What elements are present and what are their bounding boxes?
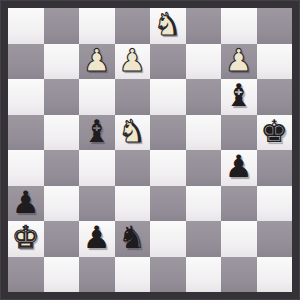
square-g6[interactable]: ♝: [221, 79, 257, 115]
white-pawn-g7[interactable]: ♟: [225, 45, 253, 76]
square-c6[interactable]: [79, 79, 115, 115]
square-b2[interactable]: [44, 221, 80, 257]
square-h6[interactable]: [257, 79, 293, 115]
black-knight-d2[interactable]: ♞: [118, 222, 146, 253]
square-g1[interactable]: [221, 257, 257, 293]
white-king-a2[interactable]: ♚: [12, 222, 40, 253]
square-b6[interactable]: [44, 79, 80, 115]
square-e7[interactable]: [150, 44, 186, 80]
square-b8[interactable]: [44, 8, 80, 44]
square-g8[interactable]: [221, 8, 257, 44]
square-c7[interactable]: ♟: [79, 44, 115, 80]
white-pawn-d7[interactable]: ♟: [118, 45, 146, 76]
black-pawn-c2[interactable]: ♟: [83, 222, 111, 253]
square-f1[interactable]: [186, 257, 222, 293]
square-g5[interactable]: [221, 115, 257, 151]
square-a6[interactable]: [8, 79, 44, 115]
square-f3[interactable]: [186, 186, 222, 222]
square-c8[interactable]: [79, 8, 115, 44]
square-a1[interactable]: [8, 257, 44, 293]
square-h4[interactable]: [257, 150, 293, 186]
square-d5[interactable]: ♞: [115, 115, 151, 151]
square-c4[interactable]: [79, 150, 115, 186]
square-e4[interactable]: [150, 150, 186, 186]
square-b1[interactable]: [44, 257, 80, 293]
square-g4[interactable]: ♟: [221, 150, 257, 186]
white-pawn-c7[interactable]: ♟: [83, 45, 111, 76]
square-f8[interactable]: [186, 8, 222, 44]
black-bishop-c5[interactable]: ♝: [83, 116, 111, 147]
square-e3[interactable]: [150, 186, 186, 222]
square-h7[interactable]: [257, 44, 293, 80]
square-e1[interactable]: [150, 257, 186, 293]
square-g3[interactable]: [221, 186, 257, 222]
square-d6[interactable]: [115, 79, 151, 115]
square-f4[interactable]: [186, 150, 222, 186]
square-f2[interactable]: [186, 221, 222, 257]
square-f7[interactable]: [186, 44, 222, 80]
square-a3[interactable]: ♟: [8, 186, 44, 222]
square-c2[interactable]: ♟: [79, 221, 115, 257]
square-h2[interactable]: [257, 221, 293, 257]
square-d3[interactable]: [115, 186, 151, 222]
black-bishop-g6[interactable]: ♝: [225, 80, 253, 111]
black-pawn-a3[interactable]: ♟: [12, 187, 40, 218]
square-d2[interactable]: ♞: [115, 221, 151, 257]
square-c3[interactable]: [79, 186, 115, 222]
square-a2[interactable]: ♚: [8, 221, 44, 257]
square-b4[interactable]: [44, 150, 80, 186]
square-h8[interactable]: [257, 8, 293, 44]
square-d8[interactable]: [115, 8, 151, 44]
square-f6[interactable]: [186, 79, 222, 115]
square-c1[interactable]: [79, 257, 115, 293]
square-h1[interactable]: [257, 257, 293, 293]
square-b7[interactable]: [44, 44, 80, 80]
square-e6[interactable]: [150, 79, 186, 115]
square-d1[interactable]: [115, 257, 151, 293]
black-king-h5[interactable]: ♚: [260, 116, 288, 147]
square-h3[interactable]: [257, 186, 293, 222]
square-c5[interactable]: ♝: [79, 115, 115, 151]
square-e8[interactable]: ♞: [150, 8, 186, 44]
black-pawn-g4[interactable]: ♟: [225, 151, 253, 182]
square-a8[interactable]: [8, 8, 44, 44]
white-knight-d5[interactable]: ♞: [118, 116, 146, 147]
square-g7[interactable]: ♟: [221, 44, 257, 80]
square-b5[interactable]: [44, 115, 80, 151]
square-a7[interactable]: [8, 44, 44, 80]
square-e2[interactable]: [150, 221, 186, 257]
square-b3[interactable]: [44, 186, 80, 222]
chessboard: ♞♟♟♟♝♝♞♚♟♟♚♟♞: [8, 8, 292, 292]
square-a4[interactable]: [8, 150, 44, 186]
square-d4[interactable]: [115, 150, 151, 186]
chessboard-frame: ♞♟♟♟♝♝♞♚♟♟♚♟♞: [0, 0, 300, 300]
square-h5[interactable]: ♚: [257, 115, 293, 151]
square-f5[interactable]: [186, 115, 222, 151]
square-g2[interactable]: [221, 221, 257, 257]
white-knight-e8[interactable]: ♞: [154, 9, 182, 40]
square-e5[interactable]: [150, 115, 186, 151]
square-d7[interactable]: ♟: [115, 44, 151, 80]
square-a5[interactable]: [8, 115, 44, 151]
